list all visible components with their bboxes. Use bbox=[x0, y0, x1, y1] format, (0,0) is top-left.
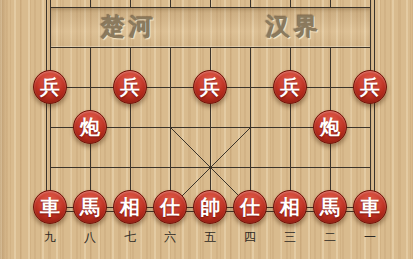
file-label: 五 bbox=[190, 229, 230, 245]
piece-red-chariot[interactable]: 車 bbox=[353, 190, 387, 224]
file-label: 一 bbox=[350, 229, 390, 245]
file-label: 八 bbox=[70, 229, 110, 245]
piece-red-general[interactable]: 帥 bbox=[193, 190, 227, 224]
piece-red-soldier[interactable]: 兵 bbox=[113, 70, 147, 104]
piece-red-elephant[interactable]: 相 bbox=[273, 190, 307, 224]
file-label: 二 bbox=[310, 229, 350, 245]
file-label: 四 bbox=[230, 229, 270, 245]
file-label: 九 bbox=[30, 229, 70, 245]
file-label: 七 bbox=[110, 229, 150, 245]
piece-red-horse[interactable]: 馬 bbox=[73, 190, 107, 224]
xiangqi-board: 楚河 汉界 兵兵兵兵兵炮炮車馬相仕帥仕相馬車 九八七六五四三二一 bbox=[0, 0, 413, 259]
piece-red-soldier[interactable]: 兵 bbox=[353, 70, 387, 104]
piece-layer: 兵兵兵兵兵炮炮車馬相仕帥仕相馬車 bbox=[30, 27, 390, 227]
piece-red-elephant[interactable]: 相 bbox=[113, 190, 147, 224]
file-label: 六 bbox=[150, 229, 190, 245]
file-labels: 九八七六五四三二一 bbox=[30, 229, 390, 245]
piece-red-soldier[interactable]: 兵 bbox=[193, 70, 227, 104]
file-label: 三 bbox=[270, 229, 310, 245]
piece-red-horse[interactable]: 馬 bbox=[313, 190, 347, 224]
piece-red-advisor[interactable]: 仕 bbox=[153, 190, 187, 224]
piece-red-advisor[interactable]: 仕 bbox=[233, 190, 267, 224]
piece-red-soldier[interactable]: 兵 bbox=[273, 70, 307, 104]
piece-red-cannon[interactable]: 炮 bbox=[73, 110, 107, 144]
piece-red-soldier[interactable]: 兵 bbox=[33, 70, 67, 104]
piece-red-cannon[interactable]: 炮 bbox=[313, 110, 347, 144]
piece-red-chariot[interactable]: 車 bbox=[33, 190, 67, 224]
